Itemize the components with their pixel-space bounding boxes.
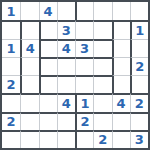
cell-r3c4: 4 [57, 39, 75, 57]
cell-r8c7[interactable] [112, 130, 130, 148]
cell-r6c6[interactable] [93, 93, 111, 111]
cell-r4c8: 2 [130, 57, 148, 75]
cell-r2c1[interactable] [2, 20, 20, 38]
cell-r1c7[interactable] [112, 2, 130, 20]
cell-r8c2[interactable] [20, 130, 38, 148]
cell-r8c6: 2 [93, 130, 111, 148]
cell-r8c8: 3 [130, 130, 148, 148]
cell-r4c3[interactable] [39, 57, 57, 75]
cell-r2c8: 1 [130, 20, 148, 38]
cell-r7c7[interactable] [112, 112, 130, 130]
cell-r5c1: 2 [2, 75, 20, 93]
cell-r5c7[interactable] [112, 75, 130, 93]
cell-r7c1: 2 [2, 112, 20, 130]
cell-r3c5: 3 [75, 39, 93, 57]
cell-r3c6[interactable] [93, 39, 111, 57]
cell-r4c2[interactable] [20, 57, 38, 75]
cell-r1c5[interactable] [75, 2, 93, 20]
puzzle-board: 143114432241422223 [0, 0, 150, 150]
cell-r5c6[interactable] [93, 75, 111, 93]
cell-r8c4[interactable] [57, 130, 75, 148]
cell-r3c1: 1 [2, 39, 20, 57]
cell-r4c4[interactable] [57, 57, 75, 75]
cell-r8c5[interactable] [75, 130, 93, 148]
cell-r3c3[interactable] [39, 39, 57, 57]
cell-r3c2: 4 [20, 39, 38, 57]
cell-r4c6[interactable] [93, 57, 111, 75]
cell-r3c8[interactable] [130, 39, 148, 57]
cell-r6c7: 4 [112, 93, 130, 111]
cell-r2c4: 3 [57, 20, 75, 38]
cell-r5c8[interactable] [130, 75, 148, 93]
cell-r6c3[interactable] [39, 93, 57, 111]
cell-r1c1: 1 [2, 2, 20, 20]
cell-r3c7[interactable] [112, 39, 130, 57]
cell-r1c4[interactable] [57, 2, 75, 20]
cell-r5c4[interactable] [57, 75, 75, 93]
cell-r5c2[interactable] [20, 75, 38, 93]
cell-r8c1[interactable] [2, 130, 20, 148]
cell-r6c1[interactable] [2, 93, 20, 111]
cell-r1c2[interactable] [20, 2, 38, 20]
cell-r8c3[interactable] [39, 130, 57, 148]
cell-r1c6[interactable] [93, 2, 111, 20]
cell-r2c5[interactable] [75, 20, 93, 38]
cell-r4c5[interactable] [75, 57, 93, 75]
cell-r6c4: 4 [57, 93, 75, 111]
cell-r2c7[interactable] [112, 20, 130, 38]
cell-r6c5: 1 [75, 93, 93, 111]
cell-r7c8[interactable] [130, 112, 148, 130]
cell-r7c5: 2 [75, 112, 93, 130]
cell-r6c8: 2 [130, 93, 148, 111]
cell-r4c1[interactable] [2, 57, 20, 75]
cell-r1c8[interactable] [130, 2, 148, 20]
cell-r2c3[interactable] [39, 20, 57, 38]
cell-r7c3[interactable] [39, 112, 57, 130]
cell-r7c2[interactable] [20, 112, 38, 130]
cell-r1c3: 4 [39, 2, 57, 20]
cell-r4c7[interactable] [112, 57, 130, 75]
cell-r5c5[interactable] [75, 75, 93, 93]
cell-r7c6[interactable] [93, 112, 111, 130]
cell-r2c6[interactable] [93, 20, 111, 38]
cell-r5c3[interactable] [39, 75, 57, 93]
cell-r2c2[interactable] [20, 20, 38, 38]
cell-r7c4[interactable] [57, 112, 75, 130]
cell-r6c2[interactable] [20, 93, 38, 111]
